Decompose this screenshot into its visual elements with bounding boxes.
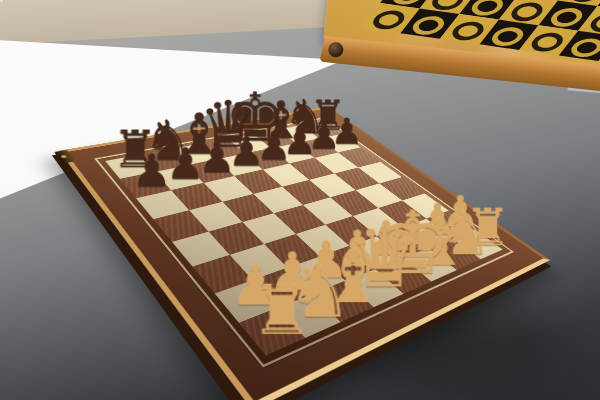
hinge-pin (60, 155, 67, 158)
checker-ring-icon (566, 37, 600, 59)
square-c6[interactable] (204, 176, 254, 202)
square-c5[interactable] (222, 194, 273, 222)
dust-speck (0, 0, 3, 2)
piece-black-pawn-a7[interactable]: ♟ (132, 148, 172, 193)
game-box: ♚ (321, 0, 600, 94)
photo-scene: ♚ ♜♞♝♛♚♝♞♜♟♟♟♟♟♟♟♟♟♟♟♟♟♟♟♟♜♞♝♛♚♝♞♜ (0, 0, 600, 400)
piece-white-rook-a1[interactable]: ♜ (251, 276, 313, 345)
